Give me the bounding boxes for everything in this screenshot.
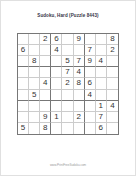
cell-r1c4[interactable]: 6 xyxy=(51,34,62,45)
cell-r4c4[interactable] xyxy=(51,67,62,78)
cell-r6c8[interactable] xyxy=(96,90,107,101)
cell-r6c3[interactable] xyxy=(40,90,51,101)
cell-r9c1[interactable]: 5 xyxy=(18,123,29,134)
cell-r2c1[interactable]: 6 xyxy=(18,45,29,56)
cell-r4c3[interactable] xyxy=(40,67,51,78)
cell-r1c5[interactable] xyxy=(62,34,73,45)
cell-r5c2[interactable] xyxy=(29,78,40,89)
cell-r8c1[interactable] xyxy=(18,112,29,123)
cell-r6c6[interactable] xyxy=(74,90,85,101)
cell-r3c6[interactable]: 7 xyxy=(74,56,85,67)
cell-r9c5[interactable] xyxy=(62,123,73,134)
cell-r7c4[interactable] xyxy=(51,101,62,112)
cell-r7c7[interactable] xyxy=(85,101,96,112)
cell-r6c5[interactable] xyxy=(62,90,73,101)
cell-r3c2[interactable]: 8 xyxy=(29,56,40,67)
cell-r5c9[interactable] xyxy=(107,78,118,89)
cell-r3c4[interactable] xyxy=(51,56,62,67)
cell-r5c6[interactable]: 8 xyxy=(74,78,85,89)
cell-r8c8[interactable]: 7 xyxy=(96,112,107,123)
cell-r7c8[interactable]: 1 xyxy=(96,101,107,112)
cell-r8c4[interactable]: 1 xyxy=(51,112,62,123)
cell-r1c1[interactable] xyxy=(18,34,29,45)
cell-r7c6[interactable] xyxy=(74,101,85,112)
cell-r8c2[interactable] xyxy=(29,112,40,123)
cell-r1c7[interactable] xyxy=(85,34,96,45)
cell-r2c9[interactable]: 2 xyxy=(107,45,118,56)
cell-r1c9[interactable]: 8 xyxy=(107,34,118,45)
cell-r6c4[interactable] xyxy=(51,90,62,101)
cell-r9c9[interactable] xyxy=(107,123,118,134)
cell-r7c9[interactable]: 4 xyxy=(107,101,118,112)
cell-r9c6[interactable] xyxy=(74,123,85,134)
cell-r9c2[interactable] xyxy=(29,123,40,134)
cell-r6c7[interactable]: 4 xyxy=(85,90,96,101)
cell-r2c7[interactable]: 7 xyxy=(85,45,96,56)
cell-r2c8[interactable] xyxy=(96,45,107,56)
cell-r4c2[interactable] xyxy=(29,67,40,78)
cell-r8c7[interactable] xyxy=(85,112,96,123)
cell-r4c5[interactable]: 7 xyxy=(62,67,73,78)
cell-r2c5[interactable] xyxy=(62,45,73,56)
cell-r6c9[interactable] xyxy=(107,90,118,101)
cell-r3c3[interactable] xyxy=(40,56,51,67)
cell-r4c8[interactable] xyxy=(96,67,107,78)
cell-r3c5[interactable]: 5 xyxy=(62,56,73,67)
cell-r4c9[interactable] xyxy=(107,67,118,78)
cell-r8c3[interactable]: 9 xyxy=(40,112,51,123)
cell-r3c7[interactable]: 9 xyxy=(85,56,96,67)
cell-r2c2[interactable] xyxy=(29,45,40,56)
cell-r7c5[interactable] xyxy=(62,101,73,112)
cell-r2c6[interactable] xyxy=(74,45,85,56)
cell-r7c3[interactable] xyxy=(40,101,51,112)
cell-r4c6[interactable]: 4 xyxy=(74,67,85,78)
cell-r1c3[interactable]: 2 xyxy=(40,34,51,45)
footer-url: www.PrintFreeSudoku.com xyxy=(0,163,136,167)
cell-r5c3[interactable]: 4 xyxy=(40,78,51,89)
cell-r7c2[interactable] xyxy=(29,101,40,112)
cell-r6c1[interactable] xyxy=(18,90,29,101)
cell-r1c8[interactable] xyxy=(96,34,107,45)
cell-r2c4[interactable]: 4 xyxy=(51,45,62,56)
cell-r1c2[interactable] xyxy=(29,34,40,45)
cell-r3c8[interactable]: 4 xyxy=(96,56,107,67)
cell-r9c4[interactable] xyxy=(51,123,62,134)
cell-r8c6[interactable]: 2 xyxy=(74,112,85,123)
cell-r5c1[interactable] xyxy=(18,78,29,89)
puzzle-title: Sudoku, Hard (Puzzle 8443) xyxy=(0,13,136,19)
cell-r4c1[interactable] xyxy=(18,67,29,78)
cell-r4c7[interactable] xyxy=(85,67,96,78)
cell-r9c8[interactable]: 6 xyxy=(96,123,107,134)
cell-r2c3[interactable] xyxy=(40,45,51,56)
cell-r5c5[interactable]: 2 xyxy=(62,78,73,89)
cell-r9c7[interactable] xyxy=(85,123,96,134)
cell-r7c1[interactable] xyxy=(18,101,29,112)
cell-r6c2[interactable]: 5 xyxy=(29,90,40,101)
cell-r1c6[interactable]: 9 xyxy=(74,34,85,45)
cell-r5c4[interactable] xyxy=(51,78,62,89)
cell-r3c1[interactable] xyxy=(18,56,29,67)
sudoku-page: Sudoku, Hard (Puzzle 8443) 2698647285794… xyxy=(0,0,136,176)
cell-r8c9[interactable] xyxy=(107,112,118,123)
cell-r8c5[interactable] xyxy=(62,112,73,123)
sudoku-grid: 269864728579474428654149127586 xyxy=(17,33,119,135)
cell-r5c8[interactable] xyxy=(96,78,107,89)
cell-r5c7[interactable]: 6 xyxy=(85,78,96,89)
cell-r3c9[interactable] xyxy=(107,56,118,67)
cell-r9c3[interactable]: 8 xyxy=(40,123,51,134)
